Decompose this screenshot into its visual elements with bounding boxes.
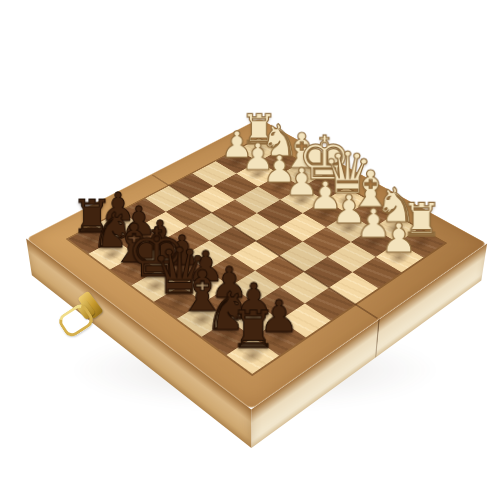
piece-shadow: [235, 343, 270, 367]
piece-shadow: [212, 292, 245, 314]
piece-shadow: [237, 309, 271, 332]
piece-shadow: [144, 245, 176, 265]
piece-shadow: [189, 276, 222, 297]
piece-shadow: [118, 260, 150, 280]
piece-shadow: [210, 325, 245, 348]
brass-clasp: [58, 286, 118, 346]
fold-seam-side: [375, 319, 380, 358]
chess-set-photo: ♜♞♝♛♚♝♞♜♟♟♟♟♟♟♟♟♟♟♟♟♟♟♟♟♜♞♝♛♚♝♞♜: [0, 0, 500, 500]
